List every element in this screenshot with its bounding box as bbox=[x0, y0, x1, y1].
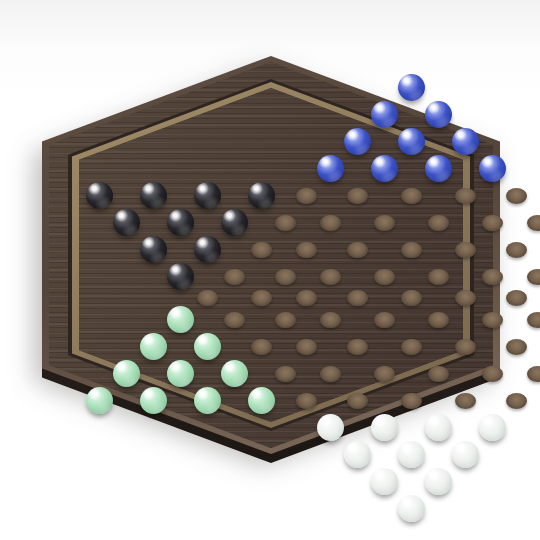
empty-hole[interactable] bbox=[347, 188, 368, 204]
empty-hole[interactable] bbox=[428, 366, 449, 382]
empty-hole[interactable] bbox=[374, 215, 395, 231]
empty-hole[interactable] bbox=[506, 290, 527, 306]
marble-black[interactable] bbox=[167, 263, 194, 290]
marble-blue[interactable] bbox=[479, 155, 506, 182]
empty-hole[interactable] bbox=[374, 269, 395, 285]
empty-hole[interactable] bbox=[527, 215, 540, 231]
empty-hole[interactable] bbox=[455, 188, 476, 204]
empty-hole[interactable] bbox=[428, 312, 449, 328]
empty-hole[interactable] bbox=[251, 339, 272, 355]
product-photo-scene bbox=[0, 0, 540, 540]
empty-hole[interactable] bbox=[527, 366, 540, 382]
empty-hole[interactable] bbox=[527, 269, 540, 285]
marble-white[interactable] bbox=[371, 414, 398, 441]
marble-white[interactable] bbox=[398, 495, 425, 522]
marble-white[interactable] bbox=[452, 441, 479, 468]
empty-hole[interactable] bbox=[482, 269, 503, 285]
marble-blue[interactable] bbox=[398, 128, 425, 155]
empty-hole[interactable] bbox=[374, 312, 395, 328]
empty-hole[interactable] bbox=[482, 312, 503, 328]
marble-green[interactable] bbox=[248, 387, 275, 414]
marble-blue[interactable] bbox=[344, 128, 371, 155]
empty-hole[interactable] bbox=[455, 290, 476, 306]
empty-hole[interactable] bbox=[251, 242, 272, 258]
marble-black[interactable] bbox=[113, 209, 140, 236]
empty-hole[interactable] bbox=[296, 188, 317, 204]
marble-white[interactable] bbox=[479, 414, 506, 441]
marble-white[interactable] bbox=[425, 414, 452, 441]
empty-hole[interactable] bbox=[347, 290, 368, 306]
empty-hole[interactable] bbox=[506, 188, 527, 204]
empty-hole[interactable] bbox=[347, 393, 368, 409]
empty-hole[interactable] bbox=[347, 242, 368, 258]
marble-black[interactable] bbox=[140, 236, 167, 263]
empty-hole[interactable] bbox=[455, 393, 476, 409]
board-grid bbox=[86, 74, 458, 426]
empty-hole[interactable] bbox=[401, 242, 422, 258]
empty-hole[interactable] bbox=[275, 366, 296, 382]
empty-hole[interactable] bbox=[374, 366, 395, 382]
empty-hole[interactable] bbox=[401, 188, 422, 204]
marble-black[interactable] bbox=[140, 182, 167, 209]
empty-hole[interactable] bbox=[482, 215, 503, 231]
marble-green[interactable] bbox=[167, 360, 194, 387]
empty-hole[interactable] bbox=[275, 215, 296, 231]
empty-hole[interactable] bbox=[296, 393, 317, 409]
empty-hole[interactable] bbox=[224, 269, 245, 285]
marble-white[interactable] bbox=[344, 441, 371, 468]
empty-hole[interactable] bbox=[296, 242, 317, 258]
marble-white[interactable] bbox=[317, 414, 344, 441]
empty-hole[interactable] bbox=[320, 312, 341, 328]
empty-hole[interactable] bbox=[275, 312, 296, 328]
marble-blue[interactable] bbox=[452, 128, 479, 155]
empty-hole[interactable] bbox=[527, 312, 540, 328]
empty-hole[interactable] bbox=[401, 339, 422, 355]
empty-hole[interactable] bbox=[401, 393, 422, 409]
marble-green[interactable] bbox=[194, 333, 221, 360]
empty-hole[interactable] bbox=[275, 269, 296, 285]
marble-white[interactable] bbox=[398, 441, 425, 468]
empty-hole[interactable] bbox=[482, 366, 503, 382]
marble-black[interactable] bbox=[221, 209, 248, 236]
marble-black[interactable] bbox=[167, 209, 194, 236]
empty-hole[interactable] bbox=[506, 242, 527, 258]
empty-hole[interactable] bbox=[506, 339, 527, 355]
empty-hole[interactable] bbox=[320, 366, 341, 382]
marble-green[interactable] bbox=[221, 360, 248, 387]
marble-white[interactable] bbox=[371, 468, 398, 495]
marble-green[interactable] bbox=[167, 306, 194, 333]
empty-hole[interactable] bbox=[296, 339, 317, 355]
empty-hole[interactable] bbox=[428, 215, 449, 231]
empty-hole[interactable] bbox=[401, 290, 422, 306]
empty-hole[interactable] bbox=[224, 312, 245, 328]
marble-blue[interactable] bbox=[398, 74, 425, 101]
empty-hole[interactable] bbox=[455, 339, 476, 355]
marble-green[interactable] bbox=[140, 333, 167, 360]
marble-green[interactable] bbox=[140, 387, 167, 414]
empty-hole[interactable] bbox=[506, 393, 527, 409]
marble-green[interactable] bbox=[86, 387, 113, 414]
empty-hole[interactable] bbox=[347, 339, 368, 355]
marble-white[interactable] bbox=[425, 468, 452, 495]
empty-hole[interactable] bbox=[197, 290, 218, 306]
marble-black[interactable] bbox=[248, 182, 275, 209]
marble-blue[interactable] bbox=[371, 155, 398, 182]
marble-blue[interactable] bbox=[371, 101, 398, 128]
empty-hole[interactable] bbox=[320, 269, 341, 285]
marble-blue[interactable] bbox=[317, 155, 344, 182]
marble-green[interactable] bbox=[113, 360, 140, 387]
empty-hole[interactable] bbox=[296, 290, 317, 306]
empty-hole[interactable] bbox=[320, 215, 341, 231]
marble-black[interactable] bbox=[194, 182, 221, 209]
marble-blue[interactable] bbox=[425, 155, 452, 182]
marble-blue[interactable] bbox=[425, 101, 452, 128]
marble-black[interactable] bbox=[86, 182, 113, 209]
empty-hole[interactable] bbox=[428, 269, 449, 285]
marble-green[interactable] bbox=[194, 387, 221, 414]
marble-black[interactable] bbox=[194, 236, 221, 263]
empty-hole[interactable] bbox=[455, 242, 476, 258]
empty-hole[interactable] bbox=[251, 290, 272, 306]
